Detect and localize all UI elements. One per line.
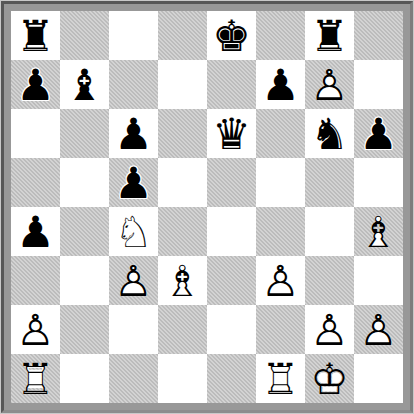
square-d1[interactable]	[158, 354, 207, 403]
square-g3[interactable]	[305, 256, 354, 305]
square-e6[interactable]: ♛	[207, 109, 256, 158]
white-king-g1: ♚♔	[305, 354, 354, 403]
piece-outline-glyph: ♖	[11, 354, 60, 403]
square-a3[interactable]	[11, 256, 60, 305]
square-c1[interactable]	[109, 354, 158, 403]
square-a4[interactable]: ♟	[11, 207, 60, 256]
black-rook-a8: ♜	[11, 11, 60, 60]
square-b3[interactable]	[60, 256, 109, 305]
square-a1[interactable]: ♜♖	[11, 354, 60, 403]
square-h7[interactable]	[354, 60, 403, 109]
square-a6[interactable]	[11, 109, 60, 158]
piece-outline-glyph: ♙	[305, 305, 354, 354]
square-a5[interactable]	[11, 158, 60, 207]
square-c5[interactable]: ♟	[109, 158, 158, 207]
white-pawn-f3: ♟♙	[256, 256, 305, 305]
white-knight-c4: ♞♘	[109, 207, 158, 256]
square-e3[interactable]	[207, 256, 256, 305]
square-d7[interactable]	[158, 60, 207, 109]
white-pawn-a2: ♟♙	[11, 305, 60, 354]
piece-outline-glyph: ♖	[256, 354, 305, 403]
square-f1[interactable]: ♜♖	[256, 354, 305, 403]
square-a7[interactable]: ♟	[11, 60, 60, 109]
square-d5[interactable]	[158, 158, 207, 207]
square-c8[interactable]	[109, 11, 158, 60]
square-f6[interactable]	[256, 109, 305, 158]
square-e5[interactable]	[207, 158, 256, 207]
piece-outline-glyph: ♗	[158, 256, 207, 305]
chess-board: ♜♚♜♟♝♟♟♙♟♛♞♟♟♟♞♘♝♗♟♙♝♗♟♙♟♙♟♙♟♙♜♖♜♖♚♔	[11, 11, 403, 403]
square-c2[interactable]	[109, 305, 158, 354]
square-e7[interactable]	[207, 60, 256, 109]
white-rook-f1: ♜♖	[256, 354, 305, 403]
white-pawn-h2: ♟♙	[354, 305, 403, 354]
square-g8[interactable]: ♜	[305, 11, 354, 60]
square-b7[interactable]: ♝	[60, 60, 109, 109]
square-c4[interactable]: ♞♘	[109, 207, 158, 256]
white-bishop-d3: ♝♗	[158, 256, 207, 305]
square-c3[interactable]: ♟♙	[109, 256, 158, 305]
square-d8[interactable]	[158, 11, 207, 60]
piece-outline-glyph: ♘	[109, 207, 158, 256]
black-knight-g6: ♞	[305, 109, 354, 158]
chess-diagram: ♜♚♜♟♝♟♟♙♟♛♞♟♟♟♞♘♝♗♟♙♝♗♟♙♟♙♟♙♟♙♜♖♜♖♚♔	[0, 0, 414, 414]
square-g1[interactable]: ♚♔	[305, 354, 354, 403]
piece-outline-glyph: ♙	[109, 256, 158, 305]
black-bishop-b7: ♝	[60, 60, 109, 109]
black-queen-e6: ♛	[207, 109, 256, 158]
black-pawn-c6: ♟	[109, 109, 158, 158]
black-pawn-f7: ♟	[256, 60, 305, 109]
square-e2[interactable]	[207, 305, 256, 354]
white-pawn-g7: ♟♙	[305, 60, 354, 109]
square-b1[interactable]	[60, 354, 109, 403]
square-g5[interactable]	[305, 158, 354, 207]
piece-outline-glyph: ♙	[305, 60, 354, 109]
square-h2[interactable]: ♟♙	[354, 305, 403, 354]
square-g7[interactable]: ♟♙	[305, 60, 354, 109]
square-f2[interactable]	[256, 305, 305, 354]
square-c7[interactable]	[109, 60, 158, 109]
square-d3[interactable]: ♝♗	[158, 256, 207, 305]
white-bishop-h4: ♝♗	[354, 207, 403, 256]
square-b4[interactable]	[60, 207, 109, 256]
square-d2[interactable]	[158, 305, 207, 354]
square-a8[interactable]: ♜	[11, 11, 60, 60]
square-c6[interactable]: ♟	[109, 109, 158, 158]
square-e8[interactable]: ♚	[207, 11, 256, 60]
white-pawn-g2: ♟♙	[305, 305, 354, 354]
square-b5[interactable]	[60, 158, 109, 207]
piece-outline-glyph: ♔	[305, 354, 354, 403]
square-h8[interactable]	[354, 11, 403, 60]
piece-outline-glyph: ♗	[354, 207, 403, 256]
square-f4[interactable]	[256, 207, 305, 256]
square-f5[interactable]	[256, 158, 305, 207]
square-d6[interactable]	[158, 109, 207, 158]
square-a2[interactable]: ♟♙	[11, 305, 60, 354]
black-pawn-h6: ♟	[354, 109, 403, 158]
white-rook-a1: ♜♖	[11, 354, 60, 403]
square-h5[interactable]	[354, 158, 403, 207]
black-rook-g8: ♜	[305, 11, 354, 60]
square-e1[interactable]	[207, 354, 256, 403]
black-pawn-a4: ♟	[11, 207, 60, 256]
black-pawn-c5: ♟	[109, 158, 158, 207]
square-f8[interactable]	[256, 11, 305, 60]
square-h6[interactable]: ♟	[354, 109, 403, 158]
black-pawn-a7: ♟	[11, 60, 60, 109]
square-h1[interactable]	[354, 354, 403, 403]
black-king-e8: ♚	[207, 11, 256, 60]
square-e4[interactable]	[207, 207, 256, 256]
piece-outline-glyph: ♙	[11, 305, 60, 354]
square-f3[interactable]: ♟♙	[256, 256, 305, 305]
square-h4[interactable]: ♝♗	[354, 207, 403, 256]
piece-outline-glyph: ♙	[256, 256, 305, 305]
square-b8[interactable]	[60, 11, 109, 60]
square-b2[interactable]	[60, 305, 109, 354]
white-pawn-c3: ♟♙	[109, 256, 158, 305]
square-g2[interactable]: ♟♙	[305, 305, 354, 354]
square-b6[interactable]	[60, 109, 109, 158]
square-g6[interactable]: ♞	[305, 109, 354, 158]
square-g4[interactable]	[305, 207, 354, 256]
piece-outline-glyph: ♙	[354, 305, 403, 354]
square-f7[interactable]: ♟	[256, 60, 305, 109]
board-frame: ♜♚♜♟♝♟♟♙♟♛♞♟♟♟♞♘♝♗♟♙♝♗♟♙♟♙♟♙♟♙♜♖♜♖♚♔	[1, 1, 413, 413]
square-d4[interactable]	[158, 207, 207, 256]
square-h3[interactable]	[354, 256, 403, 305]
